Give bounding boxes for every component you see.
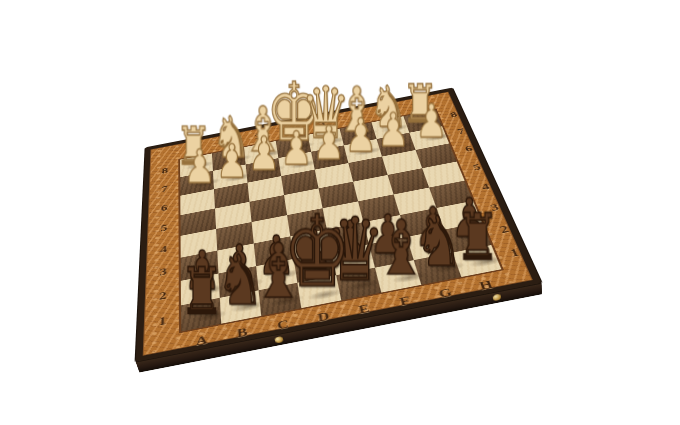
board-ornamental-border: ABCDEFGH ABCDEFGH 87654321 87654321 ♜♞♝♚…: [143, 92, 533, 356]
black-K-glyph: ♚: [283, 203, 351, 302]
black-R-glyph: ♜: [456, 206, 500, 270]
chess-board: ABCDEFGH ABCDEFGH 87654321 87654321 ♜♞♝♚…: [136, 88, 542, 362]
pieces-layer: ♜♞♝♚♛♝♞♜♟♟♟♟♟♟♟♟♟♟♟♟♟♟♟♟♜♞♝♚♛♝♞♜: [142, 90, 550, 366]
